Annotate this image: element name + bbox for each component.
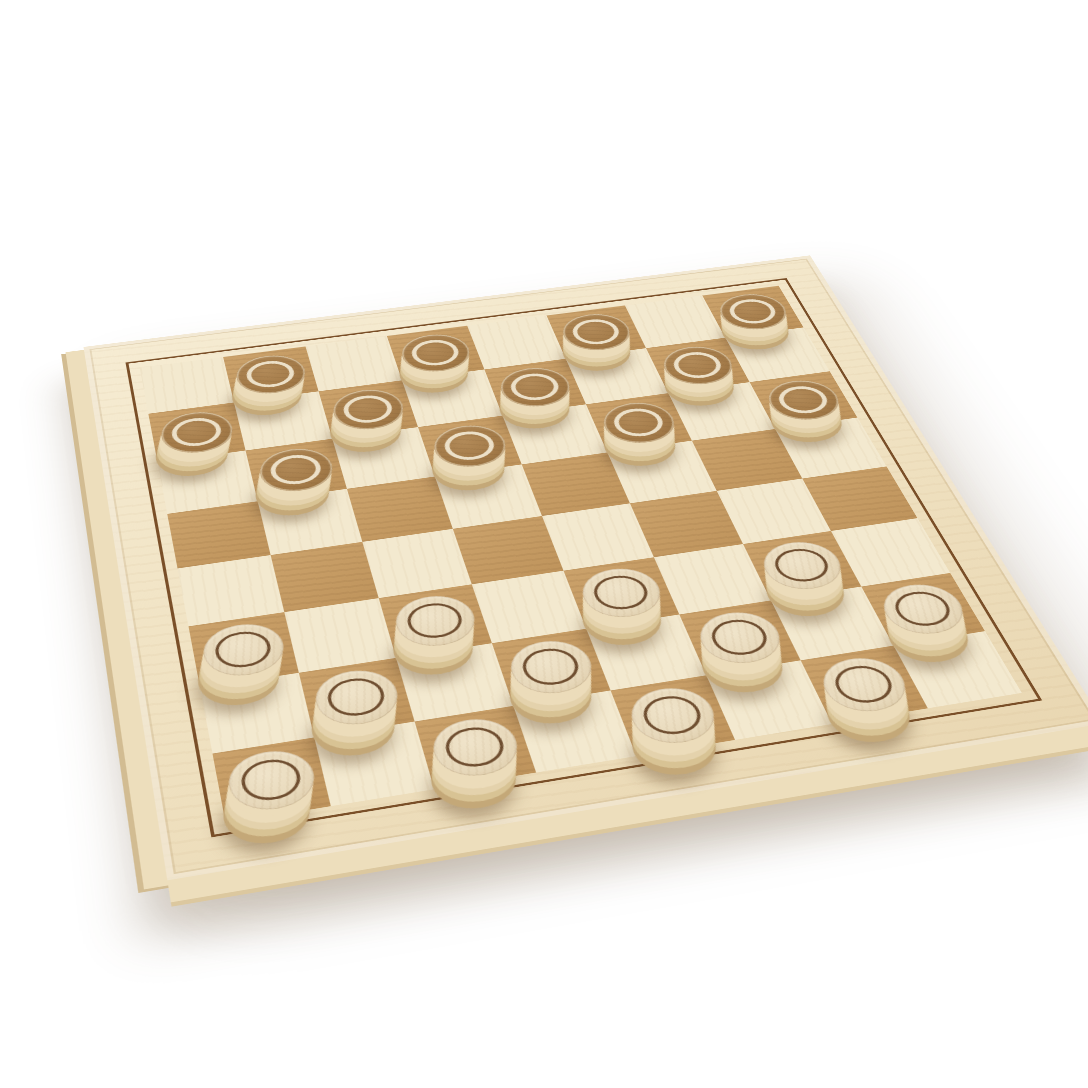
square-a2[interactable] — [200, 673, 314, 754]
square-g1[interactable] — [801, 646, 928, 725]
square-c5[interactable] — [347, 477, 453, 542]
product-photo-checkers — [0, 0, 1088, 1088]
scene — [0, 0, 1088, 1088]
square-b2[interactable] — [299, 658, 415, 738]
square-f2[interactable] — [679, 600, 800, 675]
square-h2[interactable] — [861, 573, 985, 646]
square-a5[interactable] — [167, 501, 270, 568]
square-e1[interactable] — [611, 675, 736, 756]
square-f1[interactable] — [706, 660, 832, 740]
square-h4[interactable] — [802, 466, 917, 531]
square-a1[interactable] — [212, 737, 330, 823]
square-h1[interactable] — [894, 631, 1023, 708]
square-e2[interactable] — [586, 614, 706, 690]
square-b5[interactable] — [258, 489, 363, 555]
square-b4[interactable] — [271, 542, 379, 612]
square-e3[interactable] — [563, 557, 679, 628]
square-g2[interactable] — [771, 587, 894, 661]
checkers-board — [83, 255, 1088, 880]
square-b3[interactable] — [284, 598, 396, 673]
square-a3[interactable] — [188, 612, 298, 688]
square-c3[interactable] — [379, 584, 492, 658]
square-a4[interactable] — [178, 555, 285, 626]
square-b1[interactable] — [314, 722, 434, 807]
square-g3[interactable] — [743, 531, 861, 600]
square-d3[interactable] — [472, 571, 587, 644]
square-c4[interactable] — [362, 529, 471, 598]
square-d2[interactable] — [492, 629, 611, 706]
square-d4[interactable] — [453, 516, 564, 584]
square-c2[interactable] — [396, 643, 513, 721]
square-h3[interactable] — [831, 518, 950, 586]
square-c1[interactable] — [415, 706, 537, 790]
square-f3[interactable] — [654, 544, 771, 614]
square-d1[interactable] — [513, 690, 636, 772]
